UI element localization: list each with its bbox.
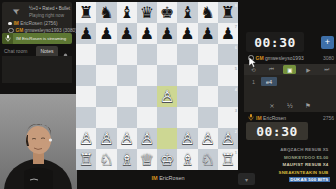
square-b1[interactable]: ♘ [96,149,116,170]
top-player-rating: 3080 [323,55,334,61]
time-control-label: ½+0 • Rated • Bullet [29,6,70,11]
square-b5[interactable] [96,65,116,86]
square-c4[interactable] [117,86,137,107]
mouse-cursor [249,57,257,68]
square-e4[interactable]: ♙ [157,86,177,107]
square-h3[interactable]: 3 [218,107,238,128]
square-g4[interactable] [198,86,218,107]
next-move-icon[interactable]: ▶ [302,65,315,74]
black-queen-d8[interactable]: ♛ [140,5,154,21]
rank-coordinate: 8 [235,3,237,8]
tab-notes[interactable]: Notes [36,46,58,56]
white-player-link[interactable]: IM EricRosen (2756) [8,21,58,26]
square-g3[interactable] [198,107,218,128]
white-rook-h1[interactable]: ♖ [221,152,235,168]
square-c1[interactable]: ♗ [117,149,137,170]
microphone-icon [2,33,13,44]
white-knight-b1[interactable]: ♘ [99,152,113,168]
black-pawn-c7[interactable]: ♟ [119,26,133,42]
ticker-line: MONKEYDOO $5.00 [283,154,330,160]
square-c6[interactable] [117,44,137,65]
square-a4[interactable] [76,86,96,107]
square-f6[interactable] [177,44,197,65]
ticker-line: DUKAS 500 BITS [289,177,330,183]
square-e3[interactable] [157,107,177,128]
streaming-banner[interactable]: IM EricRosen is streaming [2,33,72,44]
white-pawn-b2[interactable]: ♙ [99,131,113,147]
stream-event-ticker: ABQZACH RESUB X5MONKEYDOO $5.00MAUFIST R… [250,147,330,182]
white-player-name: EricRosen [20,21,42,26]
move-number: 1 [252,79,255,85]
square-g7[interactable]: ♟ [198,23,218,44]
black-player-name: gmwesleyso1993 [25,28,62,33]
square-g2[interactable]: ♙ [198,128,218,149]
square-h4[interactable]: 4 [218,86,238,107]
bullet-icon: ➤ [10,5,21,17]
square-c8[interactable]: ♝ [117,2,137,23]
notes-textarea[interactable]: Type private notes here [2,56,72,83]
square-f3[interactable] [177,107,197,128]
white-king-e1[interactable]: ♔ [160,152,174,168]
footer-player-name: EricRosen [159,175,184,181]
square-f7[interactable]: ♟ [177,23,197,44]
square-h8[interactable]: ♜8 [218,2,238,23]
bottom-player-name: EricRosen [263,115,286,121]
tab-chat-room[interactable]: Chat room [4,48,27,54]
square-e1[interactable]: ♔ [157,149,177,170]
black-pawn-e7[interactable]: ♟ [160,26,174,42]
white-queen-d1[interactable]: ♕ [140,152,154,168]
white-color-dot [8,22,12,26]
white-pawn-c2[interactable]: ♙ [119,131,133,147]
webcam-overlay [0,94,77,189]
square-d4[interactable] [137,86,157,107]
white-pawn-f2[interactable]: ♙ [180,131,194,147]
give-time-button[interactable]: + [321,36,334,49]
ticker-line: SNEAKINTEAKIN SUB [277,169,330,175]
white-player-rating: (2756) [44,21,58,26]
bottom-player-rating: 2756 [323,115,334,121]
white-bishop-c1[interactable]: ♗ [119,152,133,168]
square-d6[interactable] [137,44,157,65]
black-pawn-h7[interactable]: ♟ [221,26,235,42]
square-g8[interactable]: ♞ [198,2,218,23]
black-player-rating: (3080) [63,28,77,33]
move-list-row[interactable]: 1 e4 [244,76,336,87]
rank-coordinate: 3 [235,108,237,113]
square-e6[interactable] [157,44,177,65]
square-f8[interactable]: ♝ [177,2,197,23]
black-rook-h8[interactable]: ♜ [221,5,235,21]
bottom-player-title: IM [256,115,262,121]
top-player-row[interactable]: GM gmwesleyso1993 3080 [248,55,334,61]
streamer-mic-icon [248,114,254,121]
white-title-badge: IM [14,21,19,26]
ticker-line: ABQZACH RESUB X5 [279,147,330,153]
black-king-e8[interactable]: ♚ [160,5,174,21]
square-a1[interactable]: ♖ [76,149,96,170]
square-b2[interactable]: ♙ [96,128,116,149]
board-footer-player: IM EricRosen [128,175,208,181]
square-g6[interactable] [198,44,218,65]
black-pawn-b7[interactable]: ♟ [99,26,113,42]
square-h5[interactable]: 5 [218,65,238,86]
square-c5[interactable] [117,65,137,86]
square-f5[interactable] [177,65,197,86]
white-pawn-d2[interactable]: ♙ [140,131,154,147]
white-knight-g1[interactable]: ♘ [200,152,214,168]
rank-coordinate: 2 [235,129,237,134]
square-d3[interactable] [137,107,157,128]
move-e4[interactable]: e4 [261,77,277,86]
rank-coordinate: 7 [235,24,237,29]
black-bishop-c8[interactable]: ♝ [119,5,133,21]
square-b7[interactable]: ♟ [96,23,116,44]
black-pawn-d7[interactable]: ♟ [140,26,154,42]
offer-draw-button[interactable]: ½ [287,102,293,110]
square-g5[interactable] [198,65,218,86]
black-knight-b8[interactable]: ♞ [99,5,113,21]
game-status-label: Playing right now [29,13,64,18]
last-move-icon[interactable]: ⏭ [320,65,333,74]
square-g1[interactable]: ♘ [198,149,218,170]
square-d8[interactable]: ♛ [137,2,157,23]
square-e5[interactable] [157,65,177,86]
chess-board[interactable]: ♜♞♝♛♚♝♞♜8♟♟♟♟♟♟♟♟765♙43♙♙♙♙♙♙♙2♖♘♗♕♔♗♘♖1 [76,2,238,170]
square-e8[interactable]: ♚ [157,2,177,23]
game-meta-box: ➤ ½+0 • Rated • Bullet Playing right now… [2,2,72,33]
resign-button[interactable]: ⚑ [305,102,311,110]
black-pawn-a7[interactable]: ♟ [79,26,93,42]
square-c2[interactable]: ♙ [117,128,137,149]
square-a5[interactable] [76,65,96,86]
white-pawn-h2[interactable]: ♙ [221,131,235,147]
square-b8[interactable]: ♞ [96,2,116,23]
square-h7[interactable]: ♟7 [218,23,238,44]
square-e2[interactable] [157,128,177,149]
rank-coordinate: 5 [235,66,237,71]
current-move-icon[interactable]: ▣ [283,65,296,74]
square-e7[interactable]: ♟ [157,23,177,44]
square-f4[interactable] [177,86,197,107]
square-a6[interactable] [76,44,96,65]
square-a8[interactable]: ♜ [76,2,96,23]
black-bishop-f8[interactable]: ♝ [180,5,194,21]
white-pawn-e4[interactable]: ♙ [160,89,174,105]
square-d5[interactable] [137,65,157,86]
square-a2[interactable]: ♙ [76,128,96,149]
white-rook-a1[interactable]: ♖ [79,152,93,168]
streaming-banner-label: IM EricRosen is streaming [16,36,66,41]
square-b4[interactable] [96,86,116,107]
top-player-name: gmwesleyso1993 [265,55,304,61]
abort-button[interactable]: × [269,102,274,110]
square-h1[interactable]: ♖1 [218,149,238,170]
rank-coordinate: 4 [235,87,237,92]
square-d2[interactable]: ♙ [137,128,157,149]
square-h2[interactable]: ♙2 [218,128,238,149]
square-h6[interactable]: 6 [218,44,238,65]
ticker-line: MAUFIST RESUB X4 [281,162,330,168]
black-pawn-f7[interactable]: ♟ [180,26,194,42]
square-f1[interactable]: ♗ [177,149,197,170]
square-c3[interactable] [117,107,137,128]
square-c7[interactable]: ♟ [117,23,137,44]
first-move-icon[interactable]: ⏮ [265,65,278,74]
white-pawn-a2[interactable]: ♙ [79,131,93,147]
square-d1[interactable]: ♕ [137,149,157,170]
square-a7[interactable]: ♟ [76,23,96,44]
rank-coordinate: 1 [235,150,237,155]
black-pawn-g7[interactable]: ♟ [200,26,214,42]
game-action-row: × ½ ⚑ [244,100,336,111]
bottom-player-clock: 00:30 [246,122,308,140]
move-controls: ⟲⏮▣▶⏭ [244,64,336,75]
rank-coordinate: 6 [235,45,237,50]
square-b6[interactable] [96,44,116,65]
white-pawn-g2[interactable]: ♙ [200,131,214,147]
square-b3[interactable] [96,107,116,128]
square-d7[interactable]: ♟ [137,23,157,44]
bottom-player-row[interactable]: IM EricRosen 2756 [248,114,334,121]
footer-title-badge: IM [151,175,157,181]
top-player-clock: 00:30 [246,32,304,52]
streamer-portrait [0,94,77,189]
black-knight-g8[interactable]: ♞ [200,5,214,21]
black-title-badge: GM [16,28,24,33]
square-f2[interactable]: ♙ [177,128,197,149]
square-a3[interactable] [76,107,96,128]
black-rook-a8[interactable]: ♜ [79,5,93,21]
white-bishop-f1[interactable]: ♗ [180,152,194,168]
